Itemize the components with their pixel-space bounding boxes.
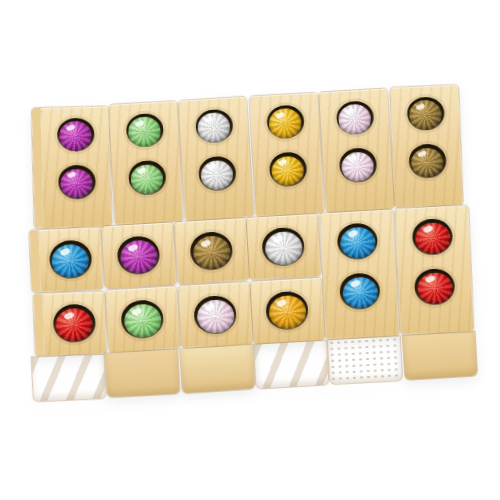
block-column (173, 217, 253, 349)
gem-orange (269, 294, 308, 330)
wood-block (105, 286, 180, 353)
gem-hole (268, 152, 307, 187)
gem-magenta (119, 239, 158, 274)
gem-pink (337, 104, 371, 135)
gem-hole (414, 268, 456, 306)
block-front-face (106, 349, 181, 397)
gem-hole (406, 97, 444, 132)
wood-block (319, 88, 395, 212)
gem-hole (265, 105, 304, 140)
gem-yellow (268, 108, 302, 139)
gem-hole (193, 295, 237, 335)
wood-block (174, 218, 249, 284)
wood-block (109, 101, 183, 224)
block-column (100, 221, 180, 353)
wood-block (390, 85, 463, 208)
wood-block (33, 291, 106, 356)
gem-red (415, 222, 452, 255)
gem-hole (117, 235, 161, 275)
wood-block (395, 205, 473, 334)
gem-hole (53, 304, 96, 343)
gem-smoky (410, 147, 444, 178)
gem-red (55, 308, 93, 343)
wood-block (320, 210, 399, 339)
wood-block (251, 278, 326, 344)
gem-pink (340, 151, 374, 182)
wood-block (178, 282, 252, 348)
gem-magenta (59, 121, 92, 151)
block-stack (16, 84, 479, 404)
gem-hole (125, 113, 164, 148)
wood-block (32, 106, 112, 228)
block-front-face (328, 336, 403, 384)
block-front-face (32, 354, 106, 401)
product-photo (0, 0, 500, 500)
gem-green (128, 116, 162, 147)
gem-hole (408, 144, 446, 179)
gem-blue (342, 276, 379, 309)
wood-block (102, 223, 176, 289)
gem-hole (120, 299, 164, 339)
wood-block (178, 97, 254, 221)
wood-block (29, 227, 103, 292)
gem-smoky (192, 235, 231, 271)
gem-hole (412, 218, 454, 256)
gem-hole (198, 156, 237, 192)
wood-block (247, 214, 321, 280)
gem-clear (265, 231, 304, 266)
gem-hole (262, 227, 306, 267)
block-column (246, 213, 326, 345)
gem-green (130, 164, 164, 195)
gem-hole (337, 222, 379, 260)
block-front-face (254, 341, 329, 389)
block-front-face (180, 345, 255, 394)
gem-hole (58, 165, 96, 199)
gem-hole (335, 100, 374, 136)
block-front-face (402, 332, 477, 380)
gem-hole (340, 272, 382, 310)
gem-magenta (60, 168, 93, 198)
gem-hole (195, 109, 234, 145)
gem-blue (340, 226, 377, 259)
block-column (28, 226, 108, 358)
gem-hole (57, 118, 95, 152)
gem-blue (51, 244, 89, 279)
gem-hole (338, 147, 377, 183)
gem-red (417, 272, 454, 305)
gem-clear (200, 159, 234, 190)
gem-hole (189, 231, 233, 271)
gem-pink (196, 299, 235, 334)
gem-clear (197, 112, 231, 143)
gem-green (123, 303, 162, 339)
gem-smoky (408, 100, 442, 131)
gem-hole (128, 160, 167, 195)
wood-block (249, 93, 323, 216)
gem-hole (266, 291, 310, 331)
gem-yellow (270, 155, 304, 186)
gem-hole (49, 240, 93, 280)
